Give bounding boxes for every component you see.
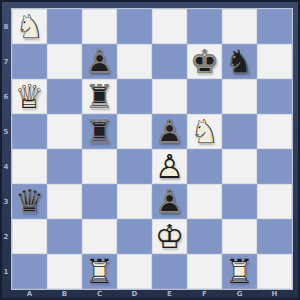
white-knight-outline: ♘ (187, 114, 222, 149)
square-f2[interactable] (187, 219, 222, 254)
square-c3[interactable] (82, 184, 117, 219)
white-pawn-outline: ♙ (152, 149, 187, 184)
rank-label-7: 7 (0, 44, 12, 79)
square-c2[interactable] (82, 219, 117, 254)
square-e1[interactable] (152, 254, 187, 289)
square-g7[interactable]: ♞♘ (222, 44, 257, 79)
square-g8[interactable] (222, 9, 257, 44)
square-h2[interactable] (257, 219, 292, 254)
black-king[interactable]: ♚♔ (187, 44, 222, 79)
square-d1[interactable] (117, 254, 152, 289)
square-b2[interactable] (47, 219, 82, 254)
square-f6[interactable] (187, 79, 222, 114)
file-label-d: D (117, 289, 152, 299)
file-label-f: F (187, 289, 222, 299)
black-pawn[interactable]: ♟♙ (152, 114, 187, 149)
square-g6[interactable] (222, 79, 257, 114)
rank-label-3: 3 (0, 184, 12, 219)
square-b3[interactable] (47, 184, 82, 219)
file-label-c: C (82, 289, 117, 299)
black-rook-outline: ♖ (82, 79, 117, 114)
square-a1[interactable] (12, 254, 47, 289)
square-d3[interactable] (117, 184, 152, 219)
file-label-g: G (222, 289, 257, 299)
square-a7[interactable] (12, 44, 47, 79)
file-label-h: H (257, 289, 292, 299)
square-h7[interactable] (257, 44, 292, 79)
black-knight[interactable]: ♞♘ (222, 44, 257, 79)
white-king-outline: ♔ (152, 219, 187, 254)
white-queen-outline: ♕ (12, 79, 47, 114)
square-c6[interactable]: ♜♖ (82, 79, 117, 114)
square-b1[interactable] (47, 254, 82, 289)
black-pawn-outline: ♙ (82, 44, 117, 79)
square-h1[interactable] (257, 254, 292, 289)
square-a2[interactable] (12, 219, 47, 254)
square-h6[interactable] (257, 79, 292, 114)
rank-label-8: 8 (0, 9, 12, 44)
white-knight[interactable]: ♞♘ (12, 9, 47, 44)
square-e6[interactable] (152, 79, 187, 114)
square-b6[interactable] (47, 79, 82, 114)
square-f1[interactable] (187, 254, 222, 289)
square-b5[interactable] (47, 114, 82, 149)
file-label-b: B (47, 289, 82, 299)
square-g3[interactable] (222, 184, 257, 219)
square-g1[interactable]: ♜♖ (222, 254, 257, 289)
square-g2[interactable] (222, 219, 257, 254)
square-a3[interactable]: ♛♕ (12, 184, 47, 219)
white-rook-outline: ♖ (222, 254, 257, 289)
square-f4[interactable] (187, 149, 222, 184)
square-e2[interactable]: ♚♔ (152, 219, 187, 254)
square-c7[interactable]: ♟♙ (82, 44, 117, 79)
square-e7[interactable] (152, 44, 187, 79)
square-c5[interactable]: ♜♖ (82, 114, 117, 149)
white-knight[interactable]: ♞♘ (187, 114, 222, 149)
square-f8[interactable] (187, 9, 222, 44)
square-c4[interactable] (82, 149, 117, 184)
rank-label-5: 5 (0, 114, 12, 149)
square-b7[interactable] (47, 44, 82, 79)
black-queen-outline: ♕ (12, 184, 47, 219)
square-e3[interactable]: ♟♙ (152, 184, 187, 219)
square-b4[interactable] (47, 149, 82, 184)
square-h3[interactable] (257, 184, 292, 219)
square-d7[interactable] (117, 44, 152, 79)
square-e5[interactable]: ♟♙ (152, 114, 187, 149)
black-king-outline: ♔ (187, 44, 222, 79)
black-pawn[interactable]: ♟♙ (82, 44, 117, 79)
white-knight-outline: ♘ (12, 9, 47, 44)
black-rook[interactable]: ♜♖ (82, 114, 117, 149)
file-label-e: E (152, 289, 187, 299)
square-d4[interactable] (117, 149, 152, 184)
square-e4[interactable]: ♟♙ (152, 149, 187, 184)
square-e8[interactable] (152, 9, 187, 44)
square-a4[interactable] (12, 149, 47, 184)
white-queen[interactable]: ♛♕ (12, 79, 47, 114)
square-g5[interactable] (222, 114, 257, 149)
square-d8[interactable] (117, 9, 152, 44)
black-rook-outline: ♖ (82, 114, 117, 149)
board-frame: ♞♘♟♙♚♔♞♘♛♕♜♖♜♖♟♙♞♘♟♙♛♕♟♙♚♔♜♖♜♖ 87654321A… (0, 0, 300, 300)
rank-label-4: 4 (0, 149, 12, 184)
square-h4[interactable] (257, 149, 292, 184)
square-b8[interactable] (47, 9, 82, 44)
square-a6[interactable]: ♛♕ (12, 79, 47, 114)
file-label-a: A (12, 289, 47, 299)
black-pawn-outline: ♙ (152, 184, 187, 219)
rank-label-2: 2 (0, 219, 12, 254)
black-rook[interactable]: ♜♖ (82, 79, 117, 114)
black-knight-outline: ♘ (222, 44, 257, 79)
square-f7[interactable]: ♚♔ (187, 44, 222, 79)
white-king[interactable]: ♚♔ (152, 219, 187, 254)
square-c1[interactable]: ♜♖ (82, 254, 117, 289)
white-rook-outline: ♖ (82, 254, 117, 289)
rank-label-1: 1 (0, 254, 12, 289)
square-g4[interactable] (222, 149, 257, 184)
square-d6[interactable] (117, 79, 152, 114)
black-queen[interactable]: ♛♕ (12, 184, 47, 219)
rank-label-6: 6 (0, 79, 12, 114)
square-c8[interactable] (82, 9, 117, 44)
square-f5[interactable]: ♞♘ (187, 114, 222, 149)
square-d5[interactable] (117, 114, 152, 149)
white-pawn[interactable]: ♟♙ (152, 149, 187, 184)
square-d2[interactable] (117, 219, 152, 254)
chess-board: ♞♘♟♙♚♔♞♘♛♕♜♖♜♖♟♙♞♘♟♙♛♕♟♙♚♔♜♖♜♖ (12, 9, 292, 289)
black-pawn[interactable]: ♟♙ (152, 184, 187, 219)
square-a8[interactable]: ♞♘ (12, 9, 47, 44)
square-f3[interactable] (187, 184, 222, 219)
square-a5[interactable] (12, 114, 47, 149)
white-rook[interactable]: ♜♖ (222, 254, 257, 289)
square-h8[interactable] (257, 9, 292, 44)
white-rook[interactable]: ♜♖ (82, 254, 117, 289)
square-h5[interactable] (257, 114, 292, 149)
black-pawn-outline: ♙ (152, 114, 187, 149)
